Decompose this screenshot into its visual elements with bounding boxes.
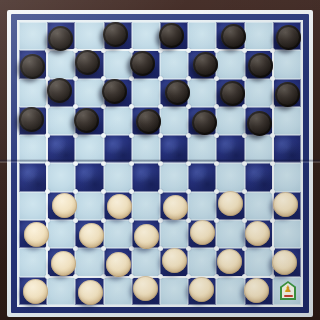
square-r3c6[interactable] xyxy=(160,79,188,107)
square-r10c6[interactable] xyxy=(160,277,188,305)
white-piece[interactable] xyxy=(163,195,188,220)
square-r4c2[interactable] xyxy=(47,107,75,135)
square-r8c7[interactable] xyxy=(188,220,216,248)
square-r5c2[interactable] xyxy=(47,135,75,163)
square-r6c10[interactable] xyxy=(273,163,301,191)
white-piece[interactable] xyxy=(23,279,48,304)
square-r9c8[interactable] xyxy=(216,248,244,276)
square-r3c7[interactable] xyxy=(188,79,216,107)
square-r2c6[interactable] xyxy=(160,50,188,78)
white-piece[interactable] xyxy=(272,250,297,275)
square-r10c1[interactable] xyxy=(19,277,47,305)
square-r4c3[interactable] xyxy=(75,107,103,135)
square-r2c8[interactable] xyxy=(216,50,244,78)
square-r7c6[interactable] xyxy=(160,192,188,220)
black-piece[interactable] xyxy=(130,51,155,76)
square-r1c10[interactable] xyxy=(273,22,301,50)
square-r9c6[interactable] xyxy=(160,248,188,276)
white-piece[interactable] xyxy=(273,192,298,217)
square-r7c10[interactable] xyxy=(273,192,301,220)
square-r9c10[interactable] xyxy=(273,248,301,276)
white-piece[interactable] xyxy=(218,191,243,216)
square-r9c1[interactable] xyxy=(19,248,47,276)
square-r10c2[interactable] xyxy=(47,277,75,305)
square-r8c1[interactable] xyxy=(19,220,47,248)
square-r4c6[interactable] xyxy=(160,107,188,135)
square-r5c4[interactable] xyxy=(104,135,132,163)
square-r1c9[interactable] xyxy=(245,22,273,50)
black-piece[interactable] xyxy=(247,111,272,136)
black-piece[interactable] xyxy=(47,78,72,103)
black-piece[interactable] xyxy=(19,107,44,132)
square-r2c7[interactable] xyxy=(188,50,216,78)
square-r1c5[interactable] xyxy=(132,22,160,50)
black-piece[interactable] xyxy=(75,50,100,75)
square-r2c5[interactable] xyxy=(132,50,160,78)
white-piece[interactable] xyxy=(133,276,158,301)
square-r8c2[interactable] xyxy=(47,220,75,248)
square-r8c10[interactable] xyxy=(273,220,301,248)
square-r3c2[interactable] xyxy=(47,79,75,107)
black-piece[interactable] xyxy=(220,81,245,106)
square-r3c10[interactable] xyxy=(273,79,301,107)
square-r3c8[interactable] xyxy=(216,79,244,107)
square-r6c4[interactable] xyxy=(104,163,132,191)
square-r10c3[interactable] xyxy=(75,277,103,305)
square-r7c4[interactable] xyxy=(104,192,132,220)
white-piece[interactable] xyxy=(162,248,187,273)
maker-logo: ♟ xyxy=(280,281,296,300)
square-r5c3[interactable] xyxy=(75,135,103,163)
square-r10c7[interactable] xyxy=(188,277,216,305)
square-r7c9[interactable] xyxy=(245,192,273,220)
square-r7c7[interactable] xyxy=(188,192,216,220)
black-piece[interactable] xyxy=(48,26,73,51)
black-piece[interactable] xyxy=(276,25,301,50)
square-r1c7[interactable] xyxy=(188,22,216,50)
black-piece[interactable] xyxy=(165,80,190,105)
square-r10c8[interactable] xyxy=(216,277,244,305)
square-r8c9[interactable] xyxy=(245,220,273,248)
square-r4c9[interactable] xyxy=(245,107,273,135)
black-piece[interactable] xyxy=(102,79,127,104)
square-r9c5[interactable] xyxy=(132,248,160,276)
square-r3c5[interactable] xyxy=(132,79,160,107)
square-r9c3[interactable] xyxy=(75,248,103,276)
square-r3c1[interactable] xyxy=(19,79,47,107)
square-r5c8[interactable] xyxy=(216,135,244,163)
square-r5c6[interactable] xyxy=(160,135,188,163)
square-r4c7[interactable] xyxy=(188,107,216,135)
white-piece[interactable] xyxy=(107,194,132,219)
white-piece[interactable] xyxy=(24,222,49,247)
square-r5c10[interactable] xyxy=(273,135,301,163)
black-piece[interactable] xyxy=(74,108,99,133)
white-piece[interactable] xyxy=(245,221,270,246)
square-r2c10[interactable] xyxy=(273,50,301,78)
square-r4c1[interactable] xyxy=(19,107,47,135)
square-r1c3[interactable] xyxy=(75,22,103,50)
square-r6c2[interactable] xyxy=(47,163,75,191)
square-r4c10[interactable] xyxy=(273,107,301,135)
white-piece[interactable] xyxy=(189,277,214,302)
square-r8c3[interactable] xyxy=(75,220,103,248)
black-piece[interactable] xyxy=(275,82,300,107)
square-r1c8[interactable] xyxy=(216,22,244,50)
square-r3c3[interactable] xyxy=(75,79,103,107)
white-piece[interactable] xyxy=(244,278,269,303)
square-r3c4[interactable] xyxy=(104,79,132,107)
square-r4c5[interactable] xyxy=(132,107,160,135)
square-r2c1[interactable] xyxy=(19,50,47,78)
black-piece[interactable] xyxy=(20,54,45,79)
square-r1c2[interactable] xyxy=(47,22,75,50)
square-r1c4[interactable] xyxy=(104,22,132,50)
black-piece[interactable] xyxy=(159,23,184,48)
square-r6c8[interactable] xyxy=(216,163,244,191)
black-piece[interactable] xyxy=(221,24,246,49)
white-piece[interactable] xyxy=(190,220,215,245)
square-r7c1[interactable] xyxy=(19,192,47,220)
white-piece[interactable] xyxy=(52,193,77,218)
logo-tiny-text xyxy=(284,295,293,297)
black-piece[interactable] xyxy=(192,110,217,135)
square-r8c8[interactable] xyxy=(216,220,244,248)
black-piece[interactable] xyxy=(103,22,128,47)
square-r3c9[interactable] xyxy=(245,79,273,107)
board-grid: ♟ xyxy=(17,20,303,307)
square-r10c4[interactable] xyxy=(104,277,132,305)
square-r9c4[interactable] xyxy=(104,248,132,276)
square-r9c7[interactable] xyxy=(188,248,216,276)
square-r1c1[interactable] xyxy=(19,22,47,50)
square-r5c5[interactable] xyxy=(132,135,160,163)
black-piece[interactable] xyxy=(193,52,218,77)
square-r7c5[interactable] xyxy=(132,192,160,220)
square-r6c7[interactable] xyxy=(188,163,216,191)
square-r2c3[interactable] xyxy=(75,50,103,78)
checkers-board-photo: ♟ xyxy=(0,0,320,320)
square-r5c9[interactable] xyxy=(245,135,273,163)
square-r7c3[interactable] xyxy=(75,192,103,220)
square-r7c2[interactable] xyxy=(47,192,75,220)
white-piece[interactable] xyxy=(217,249,242,274)
square-r2c4[interactable] xyxy=(104,50,132,78)
white-piece[interactable] xyxy=(106,252,131,277)
white-piece[interactable] xyxy=(78,280,103,305)
square-r6c1[interactable] xyxy=(19,163,47,191)
square-r8c5[interactable] xyxy=(132,220,160,248)
square-r6c9[interactable] xyxy=(245,163,273,191)
black-piece[interactable] xyxy=(248,53,273,78)
black-piece[interactable] xyxy=(136,109,161,134)
white-piece[interactable] xyxy=(51,251,76,276)
white-piece[interactable] xyxy=(134,224,159,249)
square-r6c3[interactable] xyxy=(75,163,103,191)
square-r8c4[interactable] xyxy=(104,220,132,248)
square-r7c8[interactable] xyxy=(216,192,244,220)
logo-pawn-icon: ♟ xyxy=(284,285,292,294)
square-r2c2[interactable] xyxy=(47,50,75,78)
square-r5c7[interactable] xyxy=(188,135,216,163)
square-r5c1[interactable] xyxy=(19,135,47,163)
square-r9c9[interactable] xyxy=(245,248,273,276)
square-r1c6[interactable] xyxy=(160,22,188,50)
square-r4c8[interactable] xyxy=(216,107,244,135)
square-r10c9[interactable] xyxy=(245,277,273,305)
square-r9c2[interactable] xyxy=(47,248,75,276)
square-r6c5[interactable] xyxy=(132,163,160,191)
white-piece[interactable] xyxy=(79,223,104,248)
square-r4c4[interactable] xyxy=(104,107,132,135)
square-r6c6[interactable] xyxy=(160,163,188,191)
square-r10c5[interactable] xyxy=(132,277,160,305)
square-r8c6[interactable] xyxy=(160,220,188,248)
square-r2c9[interactable] xyxy=(245,50,273,78)
